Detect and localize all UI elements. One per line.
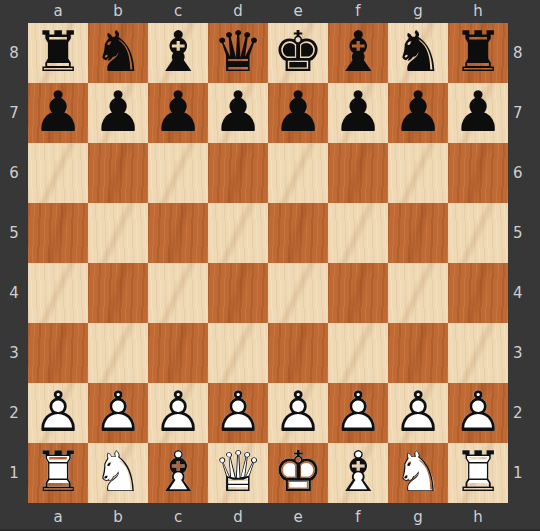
square-b7[interactable]: ♟ xyxy=(88,83,148,143)
black-bishop-fill: ♝ xyxy=(148,23,208,83)
square-b8[interactable]: ♞ xyxy=(88,23,148,83)
piece-black-pawn[interactable]: ♟ xyxy=(28,83,88,143)
file-label-bottom-g: g xyxy=(388,503,448,531)
square-b4[interactable] xyxy=(88,263,148,323)
black-rook-fill: ♜ xyxy=(448,23,508,83)
square-f8[interactable]: ♝ xyxy=(328,23,388,83)
black-pawn-fill: ♟ xyxy=(268,83,328,143)
square-f6[interactable] xyxy=(328,143,388,203)
piece-white-queen[interactable]: ♛♕ xyxy=(208,443,268,503)
white-bishop-outline: ♗ xyxy=(148,443,208,503)
corner-bottom-left xyxy=(0,503,28,531)
file-label-bottom-e: e xyxy=(268,503,328,531)
white-knight-outline: ♘ xyxy=(388,443,448,503)
square-f7[interactable]: ♟ xyxy=(328,83,388,143)
square-c4[interactable] xyxy=(148,263,208,323)
rank-label-left-8: 8 xyxy=(0,23,28,83)
rank-label-right-8: 8 xyxy=(508,23,540,83)
rank-label-right-2: 2 xyxy=(508,383,540,443)
square-e6[interactable] xyxy=(268,143,328,203)
square-c3[interactable] xyxy=(148,323,208,383)
square-d5[interactable] xyxy=(208,203,268,263)
square-g5[interactable] xyxy=(388,203,448,263)
square-e2[interactable]: ♟♙ xyxy=(268,383,328,443)
square-g1[interactable]: ♞♘ xyxy=(388,443,448,503)
rank-label-right-1: 1 xyxy=(508,443,540,503)
piece-white-pawn[interactable]: ♟♙ xyxy=(268,383,328,443)
rank-label-left-2: 2 xyxy=(0,383,28,443)
chess-board-page: abcdefgh 87654321 ♜♞♝♛♚♝♞♜♟♟♟♟♟♟♟♟♟♙♟♙♟♙… xyxy=(0,0,540,531)
white-bishop-outline: ♗ xyxy=(328,443,388,503)
piece-black-pawn[interactable]: ♟ xyxy=(88,83,148,143)
black-pawn-fill: ♟ xyxy=(208,83,268,143)
white-pawn-outline: ♙ xyxy=(28,383,88,443)
square-b5[interactable] xyxy=(88,203,148,263)
rank-label-left-1: 1 xyxy=(0,443,28,503)
square-d3[interactable] xyxy=(208,323,268,383)
piece-black-king[interactable]: ♚ xyxy=(268,23,328,83)
square-g6[interactable] xyxy=(388,143,448,203)
black-king-fill: ♚ xyxy=(268,23,328,83)
square-g4[interactable] xyxy=(388,263,448,323)
piece-white-pawn[interactable]: ♟♙ xyxy=(148,383,208,443)
square-h3[interactable] xyxy=(448,323,508,383)
piece-white-pawn[interactable]: ♟♙ xyxy=(448,383,508,443)
white-pawn-outline: ♙ xyxy=(448,383,508,443)
piece-black-bishop[interactable]: ♝ xyxy=(148,23,208,83)
white-pawn-outline: ♙ xyxy=(268,383,328,443)
square-g2[interactable]: ♟♙ xyxy=(388,383,448,443)
square-a6[interactable] xyxy=(28,143,88,203)
piece-black-pawn[interactable]: ♟ xyxy=(208,83,268,143)
black-pawn-fill: ♟ xyxy=(148,83,208,143)
white-pawn-outline: ♙ xyxy=(388,383,448,443)
piece-white-king[interactable]: ♚♔ xyxy=(268,443,328,503)
rank-label-right-3: 3 xyxy=(508,323,540,383)
square-h8[interactable]: ♜ xyxy=(448,23,508,83)
file-label-bottom-b: b xyxy=(88,503,148,531)
square-a8[interactable]: ♜ xyxy=(28,23,88,83)
square-g8[interactable]: ♞ xyxy=(388,23,448,83)
white-pawn-outline: ♙ xyxy=(88,383,148,443)
file-label-bottom-a: a xyxy=(28,503,88,531)
piece-black-pawn[interactable]: ♟ xyxy=(448,83,508,143)
rank-label-right-4: 4 xyxy=(508,263,540,323)
square-e5[interactable] xyxy=(268,203,328,263)
corner-top-left xyxy=(0,0,28,23)
piece-black-pawn[interactable]: ♟ xyxy=(268,83,328,143)
file-label-bottom-d: d xyxy=(208,503,268,531)
piece-black-knight[interactable]: ♞ xyxy=(388,23,448,83)
black-queen-fill: ♛ xyxy=(208,23,268,83)
black-pawn-fill: ♟ xyxy=(28,83,88,143)
square-d6[interactable] xyxy=(208,143,268,203)
white-queen-outline: ♕ xyxy=(208,443,268,503)
rank-labels-left: 87654321 xyxy=(0,23,28,503)
square-h5[interactable] xyxy=(448,203,508,263)
square-g3[interactable] xyxy=(388,323,448,383)
rank-label-left-4: 4 xyxy=(0,263,28,323)
square-c6[interactable] xyxy=(148,143,208,203)
square-c5[interactable] xyxy=(148,203,208,263)
white-pawn-outline: ♙ xyxy=(328,383,388,443)
piece-black-rook[interactable]: ♜ xyxy=(28,23,88,83)
square-a5[interactable] xyxy=(28,203,88,263)
square-f4[interactable] xyxy=(328,263,388,323)
board: ♜♞♝♛♚♝♞♜♟♟♟♟♟♟♟♟♟♙♟♙♟♙♟♙♟♙♟♙♟♙♟♙♜♖♞♘♝♗♛♕… xyxy=(28,23,508,503)
square-e3[interactable] xyxy=(268,323,328,383)
piece-white-knight[interactable]: ♞♘ xyxy=(388,443,448,503)
square-d1[interactable]: ♛♕ xyxy=(208,443,268,503)
square-h7[interactable]: ♟ xyxy=(448,83,508,143)
piece-white-pawn[interactable]: ♟♙ xyxy=(28,383,88,443)
piece-black-pawn[interactable]: ♟ xyxy=(148,83,208,143)
square-d8[interactable]: ♛ xyxy=(208,23,268,83)
piece-black-pawn[interactable]: ♟ xyxy=(328,83,388,143)
square-c7[interactable]: ♟ xyxy=(148,83,208,143)
square-f1[interactable]: ♝♗ xyxy=(328,443,388,503)
piece-white-pawn[interactable]: ♟♙ xyxy=(388,383,448,443)
rank-label-right-7: 7 xyxy=(508,83,540,143)
square-h4[interactable] xyxy=(448,263,508,323)
white-rook-outline: ♖ xyxy=(448,443,508,503)
black-knight-fill: ♞ xyxy=(388,23,448,83)
square-e7[interactable]: ♟ xyxy=(268,83,328,143)
square-e8[interactable]: ♚ xyxy=(268,23,328,83)
square-d7[interactable]: ♟ xyxy=(208,83,268,143)
piece-white-pawn[interactable]: ♟♙ xyxy=(208,383,268,443)
white-pawn-outline: ♙ xyxy=(208,383,268,443)
black-pawn-fill: ♟ xyxy=(328,83,388,143)
square-d2[interactable]: ♟♙ xyxy=(208,383,268,443)
square-a2[interactable]: ♟♙ xyxy=(28,383,88,443)
piece-white-rook[interactable]: ♜♖ xyxy=(448,443,508,503)
corner-top-right xyxy=(508,0,540,23)
piece-black-queen[interactable]: ♛ xyxy=(208,23,268,83)
rank-label-left-3: 3 xyxy=(0,323,28,383)
square-a1[interactable]: ♜♖ xyxy=(28,443,88,503)
white-pawn-outline: ♙ xyxy=(148,383,208,443)
square-b2[interactable]: ♟♙ xyxy=(88,383,148,443)
square-b3[interactable] xyxy=(88,323,148,383)
square-c1[interactable]: ♝♗ xyxy=(148,443,208,503)
black-bishop-fill: ♝ xyxy=(328,23,388,83)
piece-black-pawn[interactable]: ♟ xyxy=(388,83,448,143)
square-d4[interactable] xyxy=(208,263,268,323)
file-label-bottom-h: h xyxy=(448,503,508,531)
square-a7[interactable]: ♟ xyxy=(28,83,88,143)
piece-white-bishop[interactable]: ♝♗ xyxy=(148,443,208,503)
rank-label-right-5: 5 xyxy=(508,203,540,263)
black-rook-fill: ♜ xyxy=(28,23,88,83)
square-g7[interactable]: ♟ xyxy=(388,83,448,143)
black-knight-fill: ♞ xyxy=(88,23,148,83)
piece-white-pawn[interactable]: ♟♙ xyxy=(88,383,148,443)
square-c2[interactable]: ♟♙ xyxy=(148,383,208,443)
black-pawn-fill: ♟ xyxy=(448,83,508,143)
piece-white-rook[interactable]: ♜♖ xyxy=(28,443,88,503)
square-h1[interactable]: ♜♖ xyxy=(448,443,508,503)
black-pawn-fill: ♟ xyxy=(88,83,148,143)
square-e1[interactable]: ♚♔ xyxy=(268,443,328,503)
rank-labels-right: 87654321 xyxy=(508,23,540,503)
square-h6[interactable] xyxy=(448,143,508,203)
piece-white-pawn[interactable]: ♟♙ xyxy=(328,383,388,443)
rank-label-left-7: 7 xyxy=(0,83,28,143)
square-e4[interactable] xyxy=(268,263,328,323)
rank-label-left-6: 6 xyxy=(0,143,28,203)
piece-black-bishop[interactable]: ♝ xyxy=(328,23,388,83)
square-f2[interactable]: ♟♙ xyxy=(328,383,388,443)
file-label-bottom-c: c xyxy=(148,503,208,531)
square-c8[interactable]: ♝ xyxy=(148,23,208,83)
file-label-bottom-f: f xyxy=(328,503,388,531)
file-labels-bottom: abcdefgh xyxy=(28,503,508,531)
square-a3[interactable] xyxy=(28,323,88,383)
square-f5[interactable] xyxy=(328,203,388,263)
corner-bottom-right xyxy=(508,503,540,531)
piece-black-knight[interactable]: ♞ xyxy=(88,23,148,83)
white-knight-outline: ♘ xyxy=(88,443,148,503)
rank-label-right-6: 6 xyxy=(508,143,540,203)
rank-label-left-5: 5 xyxy=(0,203,28,263)
black-pawn-fill: ♟ xyxy=(388,83,448,143)
white-rook-outline: ♖ xyxy=(28,443,88,503)
square-a4[interactable] xyxy=(28,263,88,323)
square-h2[interactable]: ♟♙ xyxy=(448,383,508,443)
piece-white-bishop[interactable]: ♝♗ xyxy=(328,443,388,503)
white-king-outline: ♔ xyxy=(268,443,328,503)
square-b1[interactable]: ♞♘ xyxy=(88,443,148,503)
piece-white-knight[interactable]: ♞♘ xyxy=(88,443,148,503)
piece-black-rook[interactable]: ♜ xyxy=(448,23,508,83)
square-b6[interactable] xyxy=(88,143,148,203)
square-f3[interactable] xyxy=(328,323,388,383)
